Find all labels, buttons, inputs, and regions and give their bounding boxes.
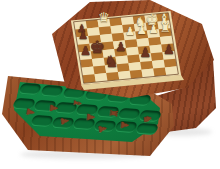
drawer-piece-r[interactable]: ♜ bbox=[107, 108, 118, 118]
drawer-piece-p[interactable]: ♟ bbox=[24, 107, 35, 118]
piece-black-n-c2[interactable]: ♞ bbox=[104, 54, 118, 70]
chess-set-photo: ♟♟♝♟♟♜♟♟♞ ♛♞♚♝♟♟♟♜♟♟♟♚♟♟♟♞ bbox=[0, 0, 220, 169]
piece-white-p-f6[interactable]: ♟ bbox=[137, 25, 147, 36]
drawer-piece-p[interactable]: ♟ bbox=[58, 116, 69, 126]
piece-black-p-h3[interactable]: ♟ bbox=[163, 43, 175, 56]
drawer-piece-b[interactable]: ♝ bbox=[71, 98, 82, 109]
piece-white-q-c8[interactable]: ♛ bbox=[98, 11, 110, 24]
piece-white-p-g6[interactable]: ♟ bbox=[148, 23, 158, 34]
drawer-piece-p[interactable]: ♟ bbox=[119, 120, 130, 130]
piece-black-k-b4[interactable]: ♚ bbox=[89, 39, 105, 56]
piece-white-p-e6[interactable]: ♟ bbox=[125, 26, 135, 37]
drawer-piece-p[interactable]: ♟ bbox=[85, 112, 96, 122]
piece-black-p-f3[interactable]: ♟ bbox=[140, 46, 152, 59]
drawer-piece-n[interactable]: ♞ bbox=[142, 115, 152, 124]
drawer-piece-p[interactable]: ♟ bbox=[48, 103, 59, 113]
piece-black-p-a6[interactable]: ♟ bbox=[78, 30, 88, 41]
board-square-h1[interactable] bbox=[165, 66, 178, 75]
piece-white-r-h6[interactable]: ♜ bbox=[160, 21, 171, 33]
drawer-piece-p[interactable]: ♟ bbox=[96, 124, 107, 135]
